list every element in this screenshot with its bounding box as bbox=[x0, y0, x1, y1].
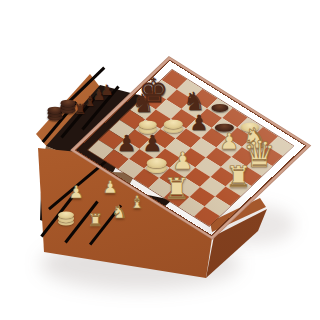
piece-white-pawn-f6[interactable]: ♟ bbox=[219, 131, 239, 153]
piece-black-pawn-b2[interactable]: ♟ bbox=[117, 132, 137, 154]
tray-piece-bishop[interactable]: ♝ bbox=[129, 194, 144, 211]
tray-piece-pawn[interactable]: ♟ bbox=[101, 83, 114, 97]
piece-black-knight-a5[interactable]: ♞ bbox=[132, 91, 154, 116]
piece-white-rook-h4[interactable]: ♜ bbox=[225, 164, 251, 193]
piece-white-rook-f1[interactable]: ♜ bbox=[163, 174, 190, 204]
checker-light-c5-2[interactable] bbox=[164, 120, 182, 129]
tray-piece-knight[interactable]: ♞ bbox=[111, 204, 126, 221]
piece-black-pawn-c3[interactable]: ♟ bbox=[142, 132, 162, 154]
piece-black-pawn-d6[interactable]: ♟ bbox=[189, 113, 208, 134]
checker-light-b4-2[interactable] bbox=[138, 120, 156, 129]
tray-piece-pawn[interactable]: ♟ bbox=[102, 179, 117, 196]
chess-checkers-set-photo: ♜♝♟♟♟♟♜♞♝ ♚♞♞♟♟♟♞♛♜♜♟♟ bbox=[0, 0, 320, 320]
tray-piece-pawn[interactable]: ♟ bbox=[68, 184, 83, 201]
checker-light-d2-2[interactable] bbox=[147, 158, 168, 168]
tray-piece-rook[interactable]: ♜ bbox=[87, 212, 102, 229]
